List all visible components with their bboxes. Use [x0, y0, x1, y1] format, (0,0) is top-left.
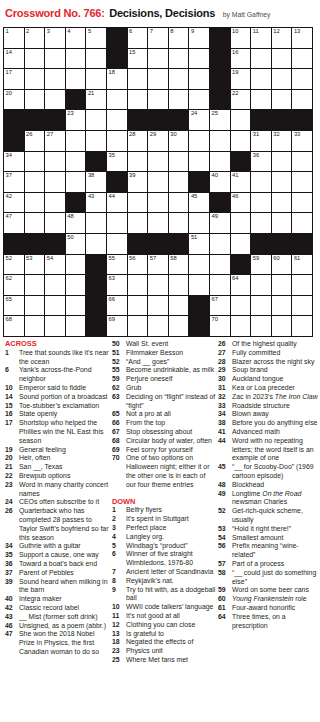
- cell-r7c15[interactable]: [292, 152, 312, 172]
- cell-number: 19: [232, 69, 238, 76]
- cell-r14c12[interactable]: [231, 296, 251, 316]
- clue-text: “And __ goes”: [126, 358, 216, 367]
- cell-r2c1[interactable]: 14: [4, 49, 24, 69]
- cell-r11c8: [148, 234, 168, 254]
- cell-r3c10[interactable]: [189, 69, 209, 89]
- cell-r13c15[interactable]: [292, 275, 312, 295]
- clue-text: Try to hit with, as a dodgeball ball: [126, 586, 216, 604]
- cell-r2c12[interactable]: 16: [231, 49, 251, 69]
- cell-r2c9[interactable]: [169, 49, 189, 69]
- cell-r8c11[interactable]: 40: [210, 172, 230, 192]
- cell-r7c7[interactable]: [128, 152, 148, 172]
- cell-r5c11[interactable]: 25: [210, 110, 230, 130]
- cell-number: 18: [109, 69, 115, 76]
- cell-r10c15[interactable]: [292, 213, 312, 233]
- cell-r5c10[interactable]: 24: [189, 110, 209, 130]
- cell-r7c1[interactable]: 34: [4, 152, 24, 172]
- cell-r13c5: [86, 275, 106, 295]
- across-clue-16: 16State openly: [5, 410, 109, 419]
- cell-r5c8: [148, 110, 168, 130]
- cell-r10c12[interactable]: [231, 213, 251, 233]
- cell-r6c13[interactable]: 31: [251, 131, 271, 151]
- cell-r10c5[interactable]: [86, 213, 106, 233]
- cell-r9c11: [210, 193, 230, 213]
- cell-number: 57: [150, 255, 156, 262]
- clue-text: Brewpub options: [19, 472, 109, 481]
- clue-text: Clothing you can close: [126, 621, 216, 630]
- cell-r2c15[interactable]: [292, 49, 312, 69]
- cell-r5c5[interactable]: [86, 110, 106, 130]
- cell-r12c15[interactable]: 61: [292, 255, 312, 275]
- clue-number: 46: [5, 622, 19, 631]
- cell-r1c2[interactable]: 2: [25, 28, 45, 48]
- cell-r4c5[interactable]: 21: [86, 90, 106, 110]
- cell-r6c15[interactable]: 33: [292, 131, 312, 151]
- cell-r9c12[interactable]: 46: [231, 193, 251, 213]
- cell-r12c11[interactable]: [210, 255, 230, 275]
- cell-number: 14: [6, 49, 12, 56]
- cell-number: 26: [26, 131, 32, 138]
- cell-r8c4[interactable]: [66, 172, 86, 192]
- cell-r9c10[interactable]: 45: [189, 193, 209, 213]
- cell-r15c14[interactable]: [272, 316, 292, 336]
- cell-r8c15[interactable]: [292, 172, 312, 192]
- cell-r1c8[interactable]: 7: [148, 28, 168, 48]
- cell-r11c6[interactable]: [107, 234, 127, 254]
- cell-number: 11: [253, 28, 259, 35]
- cell-r4c2[interactable]: [25, 90, 45, 110]
- cell-r1c9[interactable]: 8: [169, 28, 189, 48]
- cell-number: 2: [26, 28, 29, 35]
- clue-text: __ Mist (former soft drink): [19, 613, 109, 622]
- cell-r1c7[interactable]: 6: [128, 28, 148, 48]
- cell-r4c14[interactable]: [272, 90, 292, 110]
- cell-r15c3[interactable]: [45, 316, 65, 336]
- cell-r13c7[interactable]: [128, 275, 148, 295]
- cell-r8c5[interactable]: 38: [86, 172, 106, 192]
- cell-r1c1[interactable]: 1: [4, 28, 24, 48]
- down-clue-64: 64Three times, on a prescription: [218, 613, 318, 631]
- cell-r10c13[interactable]: [251, 213, 271, 233]
- cell-r9c14[interactable]: [272, 193, 292, 213]
- cell-r7c4[interactable]: [66, 152, 86, 172]
- cell-r15c8[interactable]: [148, 316, 168, 336]
- cell-number: 60: [273, 255, 279, 262]
- cell-r14c1[interactable]: 65: [4, 296, 24, 316]
- cell-r15c4[interactable]: [66, 316, 86, 336]
- cell-r4c15[interactable]: [292, 90, 312, 110]
- cell-number: 37: [6, 172, 12, 179]
- cell-r12c7[interactable]: 56: [128, 255, 148, 275]
- cell-r3c8[interactable]: [148, 69, 168, 89]
- cell-r4c3[interactable]: [45, 90, 65, 110]
- cell-r10c2[interactable]: [25, 213, 45, 233]
- cell-r5c4[interactable]: 23: [66, 110, 86, 130]
- cell-r9c1[interactable]: 42: [4, 193, 24, 213]
- down-clue-12: 12Clothing you can close: [112, 621, 216, 630]
- cell-r5c3: [45, 110, 65, 130]
- cell-r10c11[interactable]: 49: [210, 213, 230, 233]
- clue-number: 59: [218, 586, 232, 595]
- cell-r7c10[interactable]: [189, 152, 209, 172]
- cell-r13c12[interactable]: 64: [231, 275, 251, 295]
- cell-r1c15[interactable]: 13: [292, 28, 312, 48]
- clue-text: Guthrie with a guitar: [19, 542, 109, 551]
- cell-r13c13[interactable]: [251, 275, 271, 295]
- cell-number: 1: [6, 28, 9, 35]
- cell-r14c15[interactable]: [292, 296, 312, 316]
- cell-r9c4: [66, 193, 86, 213]
- down-clue-13: 13Is grateful to: [112, 630, 216, 639]
- cell-r3c6[interactable]: 18: [107, 69, 127, 89]
- clue-text: Deciding on “flight” instead of “fight”: [126, 393, 216, 411]
- cell-r14c9[interactable]: [169, 296, 189, 316]
- cell-r7c11[interactable]: [210, 152, 230, 172]
- clue-text: Winner of five straight Wimbledons, 1976…: [126, 550, 216, 568]
- across-clue-55: 55Become undrinkable, as milk: [112, 366, 216, 375]
- cell-r6c7[interactable]: 28: [128, 131, 148, 151]
- cell-r15c6[interactable]: 69: [107, 316, 127, 336]
- cell-r7c9[interactable]: [169, 152, 189, 172]
- cell-r10c10[interactable]: [189, 213, 209, 233]
- clue-text: Where Met fans met: [126, 656, 216, 665]
- clue-text: Advanced math: [232, 428, 318, 437]
- cell-r1c5[interactable]: 5: [86, 28, 106, 48]
- cell-r13c11[interactable]: [210, 275, 230, 295]
- clue-number: 57: [218, 560, 232, 569]
- cell-r4c8[interactable]: [148, 90, 168, 110]
- cell-r6c8[interactable]: 29: [148, 131, 168, 151]
- cell-r9c7[interactable]: [128, 193, 148, 213]
- cell-r13c1[interactable]: 62: [4, 275, 24, 295]
- clue-text: Roadside structure: [232, 402, 318, 411]
- cell-r15c7[interactable]: [128, 316, 148, 336]
- clue-text: Support a cause, one way: [19, 551, 109, 560]
- cell-r8c8[interactable]: [148, 172, 168, 192]
- cell-r7c6[interactable]: 35: [107, 152, 127, 172]
- cell-r10c7[interactable]: [128, 213, 148, 233]
- cell-r11c5[interactable]: [86, 234, 106, 254]
- clue-number: 39: [5, 578, 19, 596]
- clue-text: Word in many charity concert names: [19, 481, 109, 499]
- cell-r8c3[interactable]: [45, 172, 65, 192]
- across-clue-15: 15Toe-stubber’s exclamation: [5, 402, 109, 411]
- clue-number: 51: [112, 349, 126, 358]
- cell-r13c8[interactable]: [148, 275, 168, 295]
- down-clue-34: 34Blown away: [218, 410, 318, 419]
- cell-r4c11: [210, 90, 230, 110]
- cell-r11c10[interactable]: 51: [189, 234, 209, 254]
- cell-r9c5[interactable]: 43: [86, 193, 106, 213]
- cell-r5c12[interactable]: [231, 110, 251, 130]
- cell-r7c14[interactable]: [272, 152, 292, 172]
- cell-r7c3[interactable]: [45, 152, 65, 172]
- cell-r15c15[interactable]: [292, 316, 312, 336]
- cell-r8c1[interactable]: 37: [4, 172, 24, 192]
- cell-r4c1[interactable]: 20: [4, 90, 24, 110]
- cell-r9c6[interactable]: 44: [107, 193, 127, 213]
- cell-r15c1[interactable]: 68: [4, 316, 24, 336]
- cell-r2c2[interactable]: [25, 49, 45, 69]
- cell-r3c2[interactable]: [25, 69, 45, 89]
- across-clue-66: 66From the top: [112, 419, 216, 428]
- clue-text: Auckland tongue: [232, 375, 318, 384]
- clue-text: Heir, often: [19, 454, 109, 463]
- cell-number: 56: [129, 255, 135, 262]
- cell-number: 27: [47, 131, 53, 138]
- cell-number: 46: [232, 193, 238, 200]
- cell-r5c1: [4, 110, 24, 130]
- cell-r6c10[interactable]: [189, 131, 209, 151]
- cell-r10c14[interactable]: [272, 213, 292, 233]
- cell-number: 8: [170, 28, 173, 35]
- down-clue-6: 6Winner of five straight Wimbledons, 197…: [112, 550, 216, 568]
- cell-r8c9[interactable]: [169, 172, 189, 192]
- cell-r15c9[interactable]: [169, 316, 189, 336]
- cell-number: 69: [109, 316, 115, 323]
- cell-r3c9[interactable]: [169, 69, 189, 89]
- clue-text: Emperor said to fiddle: [19, 384, 109, 393]
- clue-number: 16: [5, 410, 19, 419]
- cell-r10c4[interactable]: 48: [66, 213, 86, 233]
- clue-number: 31: [218, 384, 232, 393]
- clue-number: 7: [112, 568, 126, 577]
- cell-r15c13[interactable]: [251, 316, 271, 336]
- cell-r2c11: [210, 49, 230, 69]
- cell-r5c6[interactable]: [107, 110, 127, 130]
- cell-number: 52: [6, 255, 12, 262]
- down-clue-18: 18Negated the effects of: [112, 638, 216, 647]
- cell-r2c5[interactable]: [86, 49, 106, 69]
- cell-r10c1[interactable]: 47: [4, 213, 24, 233]
- clue-number: 25: [112, 656, 126, 665]
- clue-number: 14: [5, 393, 19, 402]
- down-clue-3: 3Perfect place: [112, 524, 216, 533]
- clue-number: 8: [112, 577, 126, 586]
- cell-r1c13[interactable]: 11: [251, 28, 271, 48]
- cell-r2c3[interactable]: [45, 49, 65, 69]
- clue-text: Blockhead: [232, 481, 318, 490]
- cell-r2c8[interactable]: [148, 49, 168, 69]
- cell-number: 33: [294, 131, 300, 138]
- cell-r14c14[interactable]: [272, 296, 292, 316]
- clue-number: 33: [218, 402, 232, 411]
- cell-r13c2[interactable]: [25, 275, 45, 295]
- cell-r7c2[interactable]: [25, 152, 45, 172]
- cell-r3c12[interactable]: 19: [231, 69, 251, 89]
- cell-r3c3[interactable]: [45, 69, 65, 89]
- cell-r12c6[interactable]: 55: [107, 255, 127, 275]
- cell-r6c2[interactable]: 26: [25, 131, 45, 151]
- cell-r14c13[interactable]: [251, 296, 271, 316]
- cell-r6c12[interactable]: [231, 131, 251, 151]
- clue-number: 18: [112, 638, 126, 647]
- cell-r9c15[interactable]: [292, 193, 312, 213]
- cell-r4c9[interactable]: [169, 90, 189, 110]
- cell-r3c14[interactable]: [272, 69, 292, 89]
- cell-r6c4[interactable]: [66, 131, 86, 151]
- cell-r4c10[interactable]: [189, 90, 209, 110]
- cell-r1c10[interactable]: 9: [189, 28, 209, 48]
- clue-text: Filmmaker Besson: [126, 349, 216, 358]
- clue-number: 58: [218, 569, 232, 587]
- cell-r15c12[interactable]: [231, 316, 251, 336]
- cell-r8c13[interactable]: [251, 172, 271, 192]
- clue-text: Physics unit: [126, 647, 216, 656]
- clue-number: 4: [112, 533, 126, 542]
- cell-r12c3[interactable]: 54: [45, 255, 65, 275]
- down-clue-list-part1: 1Belfry flyers2It’s spent in Stuttgart3P…: [112, 506, 216, 664]
- cell-number: 28: [129, 131, 135, 138]
- cell-r10c3[interactable]: [45, 213, 65, 233]
- clue-number: 44: [218, 437, 232, 463]
- cell-r9c8[interactable]: [148, 193, 168, 213]
- cell-r12c9[interactable]: 58: [169, 255, 189, 275]
- down-clue-23: 23Physics unit: [112, 647, 216, 656]
- cell-r12c2[interactable]: 53: [25, 255, 45, 275]
- across-clue-22: 22Brewpub options: [5, 472, 109, 481]
- cell-r9c13[interactable]: [251, 193, 271, 213]
- cell-r3c5[interactable]: [86, 69, 106, 89]
- cell-r9c3[interactable]: [45, 193, 65, 213]
- cell-r4c13[interactable]: [251, 90, 271, 110]
- cell-r6c6[interactable]: [107, 131, 127, 151]
- cell-r6c1: [4, 131, 24, 151]
- cell-r13c6[interactable]: 63: [107, 275, 127, 295]
- across-clue-69: 69Feel sorry for yourself: [112, 446, 216, 455]
- cell-r7c8[interactable]: [148, 152, 168, 172]
- clue-number: 15: [5, 402, 19, 411]
- across-clue-19: 19General feeling: [5, 446, 109, 455]
- cell-number: 38: [88, 172, 94, 179]
- cell-r4c6[interactable]: [107, 90, 127, 110]
- cell-r6c9[interactable]: 30: [169, 131, 189, 151]
- cell-r1c14[interactable]: 12: [272, 28, 292, 48]
- down-clue-49: 49Longtime On the Road newsman Charles: [218, 490, 318, 508]
- across-clue-67: 67Stop obsessing about: [112, 428, 216, 437]
- cell-r13c4[interactable]: [66, 275, 86, 295]
- clue-number: 55: [112, 366, 126, 375]
- cell-r13c3[interactable]: [45, 275, 65, 295]
- down-clue-28: 28Blazer across the night sky: [218, 358, 318, 367]
- cell-number: 45: [191, 193, 197, 200]
- cell-r8c7[interactable]: 39: [128, 172, 148, 192]
- cell-r10c6[interactable]: [107, 213, 127, 233]
- cell-r6c11[interactable]: [210, 131, 230, 151]
- cell-r12c13[interactable]: 59: [251, 255, 271, 275]
- cell-r15c2[interactable]: [25, 316, 45, 336]
- cell-r6c3[interactable]: 27: [45, 131, 65, 151]
- cell-r2c10[interactable]: [189, 49, 209, 69]
- clue-text: Word with no repeating letters; the word…: [232, 437, 318, 463]
- cell-r3c7[interactable]: [128, 69, 148, 89]
- cell-r11c11[interactable]: [210, 234, 230, 254]
- cell-r8c10: [189, 172, 209, 192]
- cell-r12c1[interactable]: 52: [4, 255, 24, 275]
- across-clue-59: 59Perjure oneself: [112, 375, 216, 384]
- cell-r1c3[interactable]: 3: [45, 28, 65, 48]
- cell-r1c4[interactable]: 4: [66, 28, 86, 48]
- cell-r14c7[interactable]: [128, 296, 148, 316]
- cell-number: 66: [109, 296, 115, 303]
- across-clue-list-part2: 50Wall St. event51Filmmaker Besson52“And…: [112, 340, 216, 490]
- cell-r8c12[interactable]: 41: [231, 172, 251, 192]
- cell-r2c13[interactable]: [251, 49, 271, 69]
- cell-r11c4[interactable]: 50: [66, 234, 86, 254]
- cell-r3c13[interactable]: [251, 69, 271, 89]
- clue-number: 43: [5, 613, 19, 622]
- cell-r13c10[interactable]: [189, 275, 209, 295]
- puzzle-title: Decisions, Decisions: [109, 7, 215, 19]
- clue-number: 37: [5, 569, 19, 578]
- cell-number: 51: [191, 234, 197, 241]
- cell-r6c5[interactable]: [86, 131, 106, 151]
- cell-r12c10[interactable]: [189, 255, 209, 275]
- cell-r8c14[interactable]: [272, 172, 292, 192]
- across-clue-51: 51Filmmaker Besson: [112, 349, 216, 358]
- cell-r2c14[interactable]: [272, 49, 292, 69]
- across-clue-24: 24CEOs often subscribe to it: [5, 498, 109, 507]
- cell-r14c8[interactable]: [148, 296, 168, 316]
- cell-r9c2[interactable]: [25, 193, 45, 213]
- clue-number: 10: [5, 384, 19, 393]
- cell-r2c7[interactable]: 15: [128, 49, 148, 69]
- cell-r15c11[interactable]: 70: [210, 316, 230, 336]
- cell-r3c1[interactable]: 17: [4, 69, 24, 89]
- cell-r11c2: [25, 234, 45, 254]
- cell-r13c14[interactable]: [272, 275, 292, 295]
- cell-r14c2[interactable]: [25, 296, 45, 316]
- cell-r7c13[interactable]: 36: [251, 152, 271, 172]
- cell-r9c9[interactable]: [169, 193, 189, 213]
- clue-text: Kea or Loa preceder: [232, 384, 318, 393]
- cell-r4c7[interactable]: [128, 90, 148, 110]
- across-clue-46: 46Unsigned, as a poem (abbr.): [5, 622, 109, 631]
- cell-r14c4[interactable]: [66, 296, 86, 316]
- clue-text: “Hold it right there!”: [232, 525, 318, 534]
- cell-number: 17: [6, 69, 12, 76]
- cell-r12c8[interactable]: 57: [148, 255, 168, 275]
- cell-r15c10: [189, 316, 209, 336]
- cell-r14c3[interactable]: [45, 296, 65, 316]
- cell-r11c12[interactable]: [231, 234, 251, 254]
- cell-r10c9[interactable]: [169, 213, 189, 233]
- cell-r12c14[interactable]: 60: [272, 255, 292, 275]
- cell-number: 9: [191, 28, 194, 35]
- cell-r4c12[interactable]: 22: [231, 90, 251, 110]
- cell-r12c4[interactable]: [66, 255, 86, 275]
- cell-r11c13: [251, 234, 271, 254]
- crossword-grid: 1234567891011121314151617181920212223242…: [3, 27, 313, 337]
- cell-r14c11[interactable]: 67: [210, 296, 230, 316]
- clue-column-2: 50Wall St. event51Filmmaker Besson52“And…: [112, 340, 216, 665]
- cell-number: 41: [232, 172, 238, 179]
- cell-r3c4[interactable]: [66, 69, 86, 89]
- cell-r10c8[interactable]: [148, 213, 168, 233]
- cell-r8c2[interactable]: [25, 172, 45, 192]
- cell-r8c6: [107, 172, 127, 192]
- cell-r6c14[interactable]: 32: [272, 131, 292, 151]
- cell-r13c9[interactable]: [169, 275, 189, 295]
- cell-r2c4[interactable]: [66, 49, 86, 69]
- down-clue-41: 41Advanced math: [218, 428, 318, 437]
- clue-text: She won the 2018 Nobel Prize in Physics,…: [19, 630, 109, 656]
- cell-r3c15[interactable]: [292, 69, 312, 89]
- cell-r1c12[interactable]: 10: [231, 28, 251, 48]
- cell-number: 6: [129, 28, 132, 35]
- cell-r14c6[interactable]: 66: [107, 296, 127, 316]
- cell-r1c6: [107, 28, 127, 48]
